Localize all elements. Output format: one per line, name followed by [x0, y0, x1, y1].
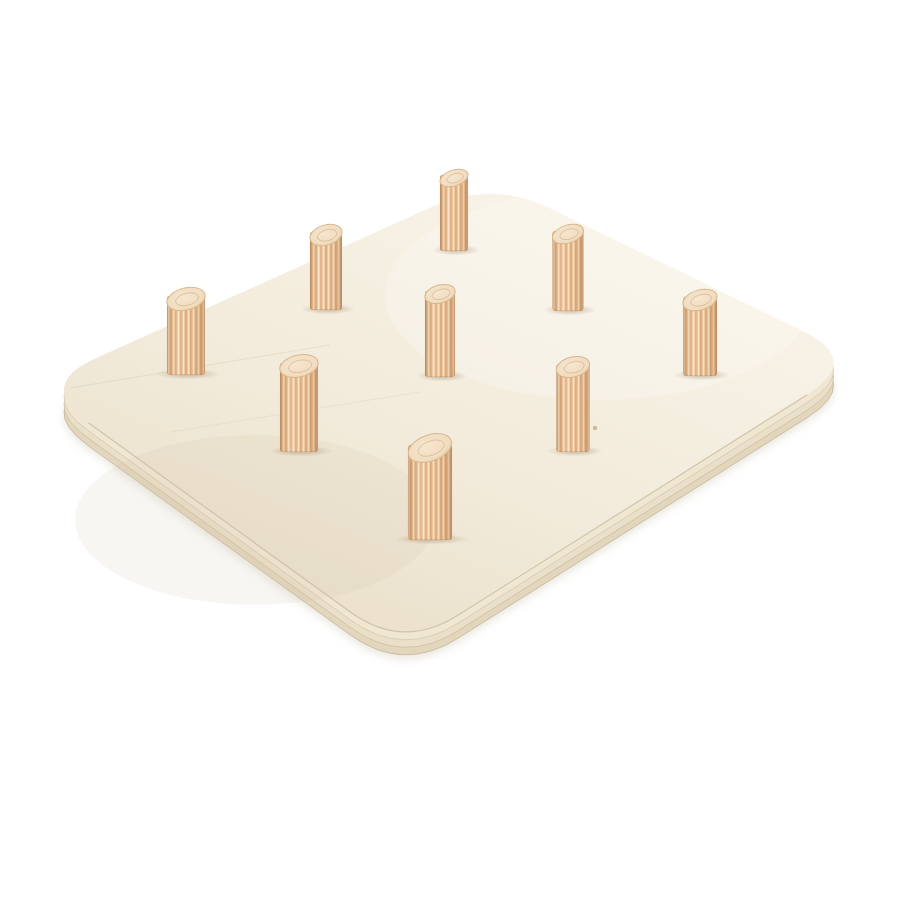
peg-body-shading	[425, 291, 455, 377]
product-photo-canvas	[0, 0, 900, 900]
peg-board-scene	[0, 0, 900, 900]
